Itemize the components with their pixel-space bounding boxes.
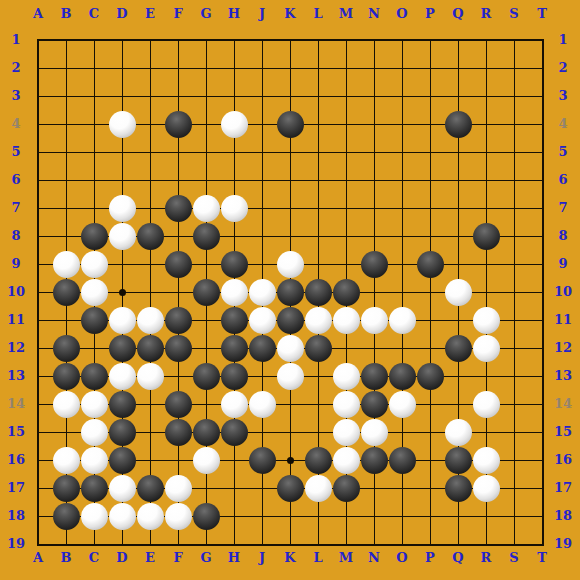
- black-stone-C13[interactable]: [81, 363, 108, 390]
- black-stone-E17[interactable]: [137, 475, 164, 502]
- white-stone-B14[interactable]: [53, 391, 80, 418]
- white-stone-D13[interactable]: [109, 363, 136, 390]
- white-stone-D17[interactable]: [109, 475, 136, 502]
- white-stone-E11[interactable]: [137, 307, 164, 334]
- column-labels-top: ABCDEFGHJKLMNOPQRST: [24, 3, 556, 25]
- col-label-P: P: [416, 3, 444, 25]
- black-stone-F11[interactable]: [165, 307, 192, 334]
- black-stone-O16[interactable]: [389, 447, 416, 474]
- white-stone-D7[interactable]: [109, 195, 136, 222]
- col-label-O: O: [388, 3, 416, 25]
- black-stone-H15[interactable]: [221, 419, 248, 446]
- black-stone-G18[interactable]: [193, 503, 220, 530]
- white-stone-D8[interactable]: [109, 223, 136, 250]
- col-label-K: K: [276, 3, 304, 25]
- white-stone-R11[interactable]: [473, 307, 500, 334]
- white-stone-B16[interactable]: [53, 447, 80, 474]
- white-stone-R12[interactable]: [473, 335, 500, 362]
- black-stone-H13[interactable]: [221, 363, 248, 390]
- white-stone-K9[interactable]: [277, 251, 304, 278]
- white-stone-E13[interactable]: [137, 363, 164, 390]
- white-stone-J11[interactable]: [249, 307, 276, 334]
- black-stone-Q4[interactable]: [445, 111, 472, 138]
- col-label-T: T: [528, 3, 556, 25]
- go-board-grid[interactable]: [24, 26, 556, 558]
- col-label-G: G: [192, 3, 220, 25]
- black-stone-F7[interactable]: [165, 195, 192, 222]
- black-stone-D15[interactable]: [109, 419, 136, 446]
- black-stone-J16[interactable]: [249, 447, 276, 474]
- white-stone-B9[interactable]: [53, 251, 80, 278]
- black-stone-B12[interactable]: [53, 335, 80, 362]
- col-label-S: S: [500, 3, 528, 25]
- black-stone-K4[interactable]: [277, 111, 304, 138]
- white-stone-C10[interactable]: [81, 279, 108, 306]
- black-stone-J12[interactable]: [249, 335, 276, 362]
- white-stone-M15[interactable]: [333, 419, 360, 446]
- black-stone-H9[interactable]: [221, 251, 248, 278]
- black-stone-K11[interactable]: [277, 307, 304, 334]
- white-stone-F17[interactable]: [165, 475, 192, 502]
- white-stone-C15[interactable]: [81, 419, 108, 446]
- white-stone-M14[interactable]: [333, 391, 360, 418]
- black-stone-N9[interactable]: [361, 251, 388, 278]
- col-label-E: E: [136, 3, 164, 25]
- col-label-R: R: [472, 3, 500, 25]
- col-label-N: N: [360, 3, 388, 25]
- black-stone-G13[interactable]: [193, 363, 220, 390]
- black-stone-D16[interactable]: [109, 447, 136, 474]
- white-stone-L11[interactable]: [305, 307, 332, 334]
- col-label-B: B: [52, 3, 80, 25]
- white-stone-H14[interactable]: [221, 391, 248, 418]
- black-stone-F4[interactable]: [165, 111, 192, 138]
- white-stone-D11[interactable]: [109, 307, 136, 334]
- white-stone-K12[interactable]: [277, 335, 304, 362]
- white-stone-M16[interactable]: [333, 447, 360, 474]
- black-stone-L12[interactable]: [305, 335, 332, 362]
- black-stone-Q16[interactable]: [445, 447, 472, 474]
- black-stone-H11[interactable]: [221, 307, 248, 334]
- white-stone-F18[interactable]: [165, 503, 192, 530]
- white-stone-C14[interactable]: [81, 391, 108, 418]
- black-stone-D12[interactable]: [109, 335, 136, 362]
- black-stone-C17[interactable]: [81, 475, 108, 502]
- white-stone-M13[interactable]: [333, 363, 360, 390]
- black-stone-P13[interactable]: [417, 363, 444, 390]
- white-stone-H4[interactable]: [221, 111, 248, 138]
- white-stone-K13[interactable]: [277, 363, 304, 390]
- black-stone-B18[interactable]: [53, 503, 80, 530]
- black-stone-N16[interactable]: [361, 447, 388, 474]
- black-stone-H12[interactable]: [221, 335, 248, 362]
- white-stone-E18[interactable]: [137, 503, 164, 530]
- white-stone-J14[interactable]: [249, 391, 276, 418]
- white-stone-H10[interactable]: [221, 279, 248, 306]
- black-stone-N13[interactable]: [361, 363, 388, 390]
- black-stone-G10[interactable]: [193, 279, 220, 306]
- white-stone-O14[interactable]: [389, 391, 416, 418]
- black-stone-F15[interactable]: [165, 419, 192, 446]
- white-stone-H7[interactable]: [221, 195, 248, 222]
- white-stone-C16[interactable]: [81, 447, 108, 474]
- white-stone-D4[interactable]: [109, 111, 136, 138]
- col-label-F: F: [164, 3, 192, 25]
- black-stone-B10[interactable]: [53, 279, 80, 306]
- white-stone-L17[interactable]: [305, 475, 332, 502]
- col-label-M: M: [332, 3, 360, 25]
- black-stone-E12[interactable]: [137, 335, 164, 362]
- white-stone-O11[interactable]: [389, 307, 416, 334]
- white-stone-G16[interactable]: [193, 447, 220, 474]
- col-label-D: D: [108, 3, 136, 25]
- white-stone-D18[interactable]: [109, 503, 136, 530]
- black-stone-B13[interactable]: [53, 363, 80, 390]
- black-stone-N14[interactable]: [361, 391, 388, 418]
- black-stone-G15[interactable]: [193, 419, 220, 446]
- white-stone-N15[interactable]: [361, 419, 388, 446]
- go-board-window: ABCDEFGHJKLMNOPQRST ABCDEFGHJKLMNOPQRST …: [0, 0, 580, 580]
- black-stone-Q17[interactable]: [445, 475, 472, 502]
- white-stone-Q10[interactable]: [445, 279, 472, 306]
- black-stone-K10[interactable]: [277, 279, 304, 306]
- black-stone-D14[interactable]: [109, 391, 136, 418]
- white-stone-M11[interactable]: [333, 307, 360, 334]
- white-stone-G7[interactable]: [193, 195, 220, 222]
- black-stone-M17[interactable]: [333, 475, 360, 502]
- white-stone-N11[interactable]: [361, 307, 388, 334]
- black-stone-C8[interactable]: [81, 223, 108, 250]
- white-stone-Q15[interactable]: [445, 419, 472, 446]
- white-stone-R17[interactable]: [473, 475, 500, 502]
- black-stone-O13[interactable]: [389, 363, 416, 390]
- black-stone-L10[interactable]: [305, 279, 332, 306]
- white-stone-J10[interactable]: [249, 279, 276, 306]
- black-stone-G8[interactable]: [193, 223, 220, 250]
- black-stone-F12[interactable]: [165, 335, 192, 362]
- black-stone-B17[interactable]: [53, 475, 80, 502]
- black-stone-L16[interactable]: [305, 447, 332, 474]
- black-stone-F9[interactable]: [165, 251, 192, 278]
- col-label-J: J: [248, 3, 276, 25]
- col-label-C: C: [80, 3, 108, 25]
- white-stone-R16[interactable]: [473, 447, 500, 474]
- col-label-A: A: [24, 3, 52, 25]
- col-label-Q: Q: [444, 3, 472, 25]
- black-stone-R8[interactable]: [473, 223, 500, 250]
- black-stone-Q12[interactable]: [445, 335, 472, 362]
- black-stone-C11[interactable]: [81, 307, 108, 334]
- black-stone-M10[interactable]: [333, 279, 360, 306]
- white-stone-C18[interactable]: [81, 503, 108, 530]
- white-stone-R14[interactable]: [473, 391, 500, 418]
- col-label-L: L: [304, 3, 332, 25]
- col-label-H: H: [220, 3, 248, 25]
- black-stone-F14[interactable]: [165, 391, 192, 418]
- white-stone-C9[interactable]: [81, 251, 108, 278]
- black-stone-P9[interactable]: [417, 251, 444, 278]
- black-stone-K17[interactable]: [277, 475, 304, 502]
- black-stone-E8[interactable]: [137, 223, 164, 250]
